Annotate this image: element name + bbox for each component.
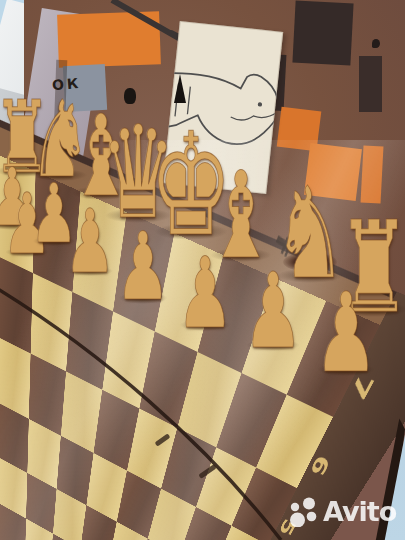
white-queen-black-finial — [124, 88, 136, 104]
white-pawn-6: ♟ — [176, 244, 233, 342]
photo-chess-set: ОК 765 f ♜♞♝♛♚♝♞♜♟♟♟♟♟♟♟♟ Avito — [0, 0, 405, 540]
white-pawn-8: ♟ — [314, 278, 378, 388]
avito-logo-icon — [288, 495, 318, 527]
box-staple-mark — [372, 39, 380, 48]
white-pawn-7: ♟ — [243, 259, 304, 363]
white-pawn-4: ♟ — [64, 198, 115, 286]
box-orange-square — [57, 11, 161, 68]
box-dark-square — [359, 56, 382, 112]
white-pawn-5: ♟ — [116, 220, 171, 314]
box-dark-square — [292, 1, 353, 66]
white-king-black-finial — [174, 74, 186, 103]
avito-watermark-text: Avito — [323, 498, 396, 525]
avito-watermark: Avito — [288, 495, 396, 527]
